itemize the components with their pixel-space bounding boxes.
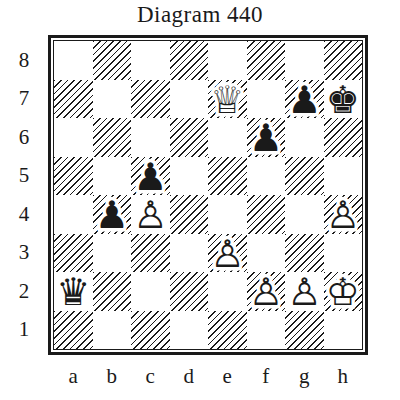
square-g7[interactable]: ♟♟ (285, 80, 324, 119)
square-h6[interactable] (324, 118, 363, 157)
piece-halo: ♛ (54, 273, 93, 312)
square-g5[interactable] (285, 157, 324, 196)
piece-black-queen-a2: ♛ (54, 273, 93, 312)
square-f3[interactable] (247, 234, 286, 273)
rank-label-3: 3 (0, 234, 48, 273)
board-area: 87654321 ♛♕♟♟♚♚♟♟♟♟♟♟♟♙♟♙♟♙♛♛♟♙♟♙♚♔ (0, 35, 400, 355)
square-c6[interactable] (131, 118, 170, 157)
file-label-d: d (170, 364, 209, 389)
board-frame: ♛♕♟♟♚♚♟♟♟♟♟♟♟♙♟♙♟♙♛♛♟♙♟♙♚♔ (48, 35, 368, 355)
square-a8[interactable] (54, 41, 93, 80)
square-b5[interactable] (93, 157, 132, 196)
piece-halo: ♟ (285, 80, 324, 119)
piece-halo: ♟ (324, 196, 363, 235)
rank-label-8: 8 (0, 41, 48, 80)
square-e1[interactable] (208, 311, 247, 350)
square-e7[interactable]: ♛♕ (208, 80, 247, 119)
square-f7[interactable] (247, 80, 286, 119)
square-e5[interactable] (208, 157, 247, 196)
square-g6[interactable] (285, 118, 324, 157)
square-c5[interactable]: ♟♟ (131, 157, 170, 196)
rank-labels: 87654321 (0, 35, 48, 349)
square-f1[interactable] (247, 311, 286, 350)
piece-white-pawn-c4: ♙ (131, 196, 170, 235)
file-label-a: a (54, 364, 93, 389)
rank-label-2: 2 (0, 272, 48, 311)
square-c7[interactable] (131, 80, 170, 119)
piece-halo: ♟ (247, 119, 286, 158)
square-e3[interactable]: ♟♙ (208, 234, 247, 273)
square-g3[interactable] (285, 234, 324, 273)
file-label-c: c (131, 364, 170, 389)
square-d7[interactable] (170, 80, 209, 119)
square-g1[interactable] (285, 311, 324, 350)
rank-label-7: 7 (0, 80, 48, 119)
square-b6[interactable] (93, 118, 132, 157)
square-b2[interactable] (93, 272, 132, 311)
square-h4[interactable]: ♟♙ (324, 195, 363, 234)
square-c4[interactable]: ♟♙ (131, 195, 170, 234)
piece-white-pawn-f2: ♙ (247, 273, 286, 312)
square-d2[interactable] (170, 272, 209, 311)
square-d1[interactable] (170, 311, 209, 350)
square-c8[interactable] (131, 41, 170, 80)
square-f4[interactable] (247, 195, 286, 234)
square-a5[interactable] (54, 157, 93, 196)
square-d6[interactable] (170, 118, 209, 157)
square-d3[interactable] (170, 234, 209, 273)
rank-label-6: 6 (0, 118, 48, 157)
rank-label-1: 1 (0, 311, 48, 350)
square-b3[interactable] (93, 234, 132, 273)
square-f5[interactable] (247, 157, 286, 196)
square-b1[interactable] (93, 311, 132, 350)
square-e8[interactable] (208, 41, 247, 80)
square-e6[interactable] (208, 118, 247, 157)
square-h3[interactable] (324, 234, 363, 273)
square-g2[interactable]: ♟♙ (285, 272, 324, 311)
rank-label-4: 4 (0, 195, 48, 234)
piece-white-pawn-h4: ♙ (324, 196, 363, 235)
file-label-e: e (208, 364, 247, 389)
file-label-h: h (324, 364, 363, 389)
file-labels: abcdefgh (54, 364, 400, 389)
piece-black-pawn-c5: ♟ (131, 157, 170, 196)
piece-halo: ♚ (324, 273, 363, 312)
square-a3[interactable] (54, 234, 93, 273)
square-a2[interactable]: ♛♛ (54, 272, 93, 311)
piece-black-king-h7: ♚ (324, 80, 363, 119)
piece-black-pawn-b4: ♟ (93, 196, 132, 235)
piece-white-pawn-g2: ♙ (285, 273, 324, 312)
square-h8[interactable] (324, 41, 363, 80)
piece-black-pawn-f6: ♟ (247, 119, 286, 158)
square-c1[interactable] (131, 311, 170, 350)
square-d4[interactable] (170, 195, 209, 234)
square-f6[interactable]: ♟♟ (247, 118, 286, 157)
square-a4[interactable] (54, 195, 93, 234)
square-e2[interactable] (208, 272, 247, 311)
square-a7[interactable] (54, 80, 93, 119)
piece-white-king-h2: ♔ (324, 273, 363, 312)
file-label-b: b (93, 364, 132, 389)
piece-halo: ♟ (285, 273, 324, 312)
square-h1[interactable] (324, 311, 363, 350)
square-c3[interactable] (131, 234, 170, 273)
piece-halo: ♟ (93, 196, 132, 235)
piece-halo: ♛ (208, 80, 247, 119)
chess-board: ♛♕♟♟♚♚♟♟♟♟♟♟♟♙♟♙♟♙♛♛♟♙♟♙♚♔ (53, 40, 363, 350)
square-g8[interactable] (285, 41, 324, 80)
square-b4[interactable]: ♟♟ (93, 195, 132, 234)
square-g4[interactable] (285, 195, 324, 234)
square-h5[interactable] (324, 157, 363, 196)
square-h2[interactable]: ♚♔ (324, 272, 363, 311)
square-b8[interactable] (93, 41, 132, 80)
square-f2[interactable]: ♟♙ (247, 272, 286, 311)
square-h7[interactable]: ♚♚ (324, 80, 363, 119)
file-label-g: g (285, 364, 324, 389)
piece-halo: ♟ (208, 234, 247, 273)
piece-halo: ♟ (247, 273, 286, 312)
piece-white-pawn-e3: ♙ (208, 234, 247, 273)
piece-halo: ♚ (324, 80, 363, 119)
square-e4[interactable] (208, 195, 247, 234)
piece-halo: ♟ (131, 196, 170, 235)
square-c2[interactable] (131, 272, 170, 311)
piece-black-pawn-g7: ♟ (285, 80, 324, 119)
piece-halo: ♟ (131, 157, 170, 196)
diagram-title: Diagram 440 (0, 2, 400, 28)
square-a6[interactable] (54, 118, 93, 157)
square-f8[interactable] (247, 41, 286, 80)
square-a1[interactable] (54, 311, 93, 350)
rank-label-5: 5 (0, 157, 48, 196)
piece-white-queen-e7: ♕ (208, 80, 247, 119)
square-d8[interactable] (170, 41, 209, 80)
file-label-f: f (247, 364, 286, 389)
square-d5[interactable] (170, 157, 209, 196)
square-b7[interactable] (93, 80, 132, 119)
